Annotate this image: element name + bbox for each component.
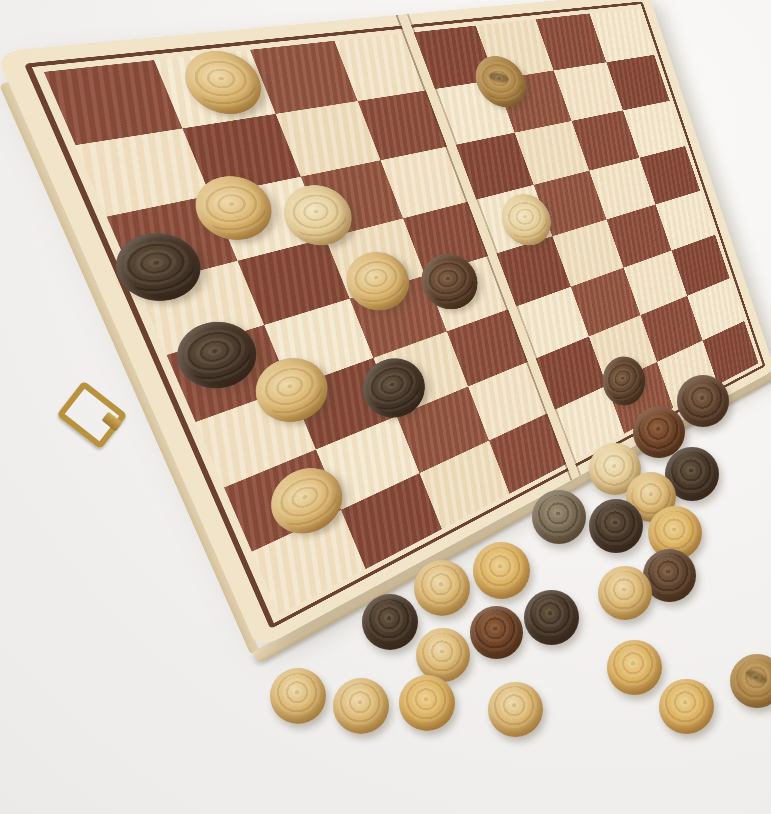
pile-checker-dark-4 <box>532 490 586 544</box>
pile-checker-light-14 <box>607 640 662 695</box>
pile-checker-dark-0 <box>677 375 729 427</box>
pile-checker-light-21 <box>659 679 714 734</box>
pile-checker-dark-16 <box>362 594 418 650</box>
pile-checker-light-13 <box>598 566 652 620</box>
pile-checker-light-15 <box>730 654 771 708</box>
brass-latch <box>56 380 127 449</box>
pile-checker-light-22 <box>416 628 470 682</box>
pile-checker-light-20 <box>488 682 543 737</box>
pile-checker-dark-12 <box>524 590 579 645</box>
pile-checker-light-9 <box>473 542 530 599</box>
photo-canvas <box>0 0 771 814</box>
pile-checker-light-17 <box>270 668 326 724</box>
pile-checker-light-18 <box>333 678 389 734</box>
pile-checker-dark-5 <box>589 499 643 553</box>
pile-checker-light-11 <box>414 560 470 616</box>
pile-checker-light-19 <box>399 675 455 731</box>
pile-checker-dark-10 <box>470 606 523 659</box>
